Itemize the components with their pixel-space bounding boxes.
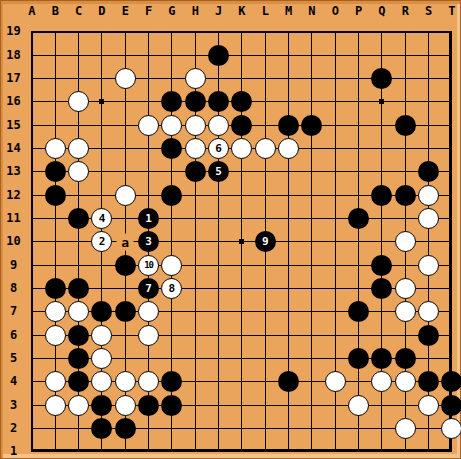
- point-K6[interactable]: [230, 324, 253, 347]
- point-S1[interactable]: [417, 440, 440, 459]
- point-L6[interactable]: [254, 324, 277, 347]
- point-K16[interactable]: [230, 90, 253, 113]
- point-E17[interactable]: [114, 67, 137, 90]
- point-M8[interactable]: [277, 277, 300, 300]
- point-C17[interactable]: [67, 67, 90, 90]
- point-H3[interactable]: [184, 394, 207, 417]
- point-R16[interactable]: [394, 90, 417, 113]
- point-D9[interactable]: [90, 254, 113, 277]
- point-Q13[interactable]: [370, 160, 393, 183]
- point-S19[interactable]: [417, 20, 440, 43]
- point-G8[interactable]: 8: [160, 277, 183, 300]
- point-Q6[interactable]: [370, 324, 393, 347]
- point-F13[interactable]: [137, 160, 160, 183]
- point-E8[interactable]: [114, 277, 137, 300]
- point-S13[interactable]: [417, 160, 440, 183]
- point-T7[interactable]: [440, 300, 461, 323]
- point-B2[interactable]: [44, 417, 67, 440]
- point-C14[interactable]: [67, 137, 90, 160]
- point-H12[interactable]: [184, 184, 207, 207]
- point-J10[interactable]: [207, 230, 230, 253]
- point-R11[interactable]: [394, 207, 417, 230]
- point-J11[interactable]: [207, 207, 230, 230]
- point-S14[interactable]: [417, 137, 440, 160]
- point-E11[interactable]: [114, 207, 137, 230]
- point-O4[interactable]: [324, 370, 347, 393]
- point-T10[interactable]: [440, 230, 461, 253]
- point-T9[interactable]: [440, 254, 461, 277]
- point-M6[interactable]: [277, 324, 300, 347]
- point-K15[interactable]: [230, 114, 253, 137]
- point-A1[interactable]: [20, 440, 43, 459]
- point-P2[interactable]: [347, 417, 370, 440]
- point-B9[interactable]: [44, 254, 67, 277]
- point-D18[interactable]: [90, 44, 113, 67]
- point-A18[interactable]: [20, 44, 43, 67]
- point-P16[interactable]: [347, 90, 370, 113]
- point-G11[interactable]: [160, 207, 183, 230]
- point-E18[interactable]: [114, 44, 137, 67]
- point-N3[interactable]: [300, 394, 323, 417]
- point-L4[interactable]: [254, 370, 277, 393]
- point-F9[interactable]: 10: [137, 254, 160, 277]
- point-Q16[interactable]: [370, 90, 393, 113]
- point-P10[interactable]: [347, 230, 370, 253]
- point-G19[interactable]: [160, 20, 183, 43]
- point-A10[interactable]: [20, 230, 43, 253]
- point-O16[interactable]: [324, 90, 347, 113]
- point-F8[interactable]: 7: [137, 277, 160, 300]
- point-L12[interactable]: [254, 184, 277, 207]
- point-T3[interactable]: [440, 394, 461, 417]
- point-Q12[interactable]: [370, 184, 393, 207]
- point-T6[interactable]: [440, 324, 461, 347]
- point-G13[interactable]: [160, 160, 183, 183]
- point-M3[interactable]: [277, 394, 300, 417]
- point-L9[interactable]: [254, 254, 277, 277]
- point-L7[interactable]: [254, 300, 277, 323]
- point-D2[interactable]: [90, 417, 113, 440]
- point-L19[interactable]: [254, 20, 277, 43]
- point-A15[interactable]: [20, 114, 43, 137]
- point-N19[interactable]: [300, 20, 323, 43]
- point-S12[interactable]: [417, 184, 440, 207]
- point-P13[interactable]: [347, 160, 370, 183]
- point-R3[interactable]: [394, 394, 417, 417]
- point-E7[interactable]: [114, 300, 137, 323]
- point-H7[interactable]: [184, 300, 207, 323]
- point-N18[interactable]: [300, 44, 323, 67]
- point-T16[interactable]: [440, 90, 461, 113]
- point-P19[interactable]: [347, 20, 370, 43]
- point-R1[interactable]: [394, 440, 417, 459]
- point-E2[interactable]: [114, 417, 137, 440]
- point-R14[interactable]: [394, 137, 417, 160]
- point-F4[interactable]: [137, 370, 160, 393]
- point-H17[interactable]: [184, 67, 207, 90]
- point-B13[interactable]: [44, 160, 67, 183]
- point-C10[interactable]: [67, 230, 90, 253]
- point-B17[interactable]: [44, 67, 67, 90]
- point-P15[interactable]: [347, 114, 370, 137]
- point-T13[interactable]: [440, 160, 461, 183]
- point-K1[interactable]: [230, 440, 253, 459]
- point-D3[interactable]: [90, 394, 113, 417]
- point-M17[interactable]: [277, 67, 300, 90]
- point-G6[interactable]: [160, 324, 183, 347]
- point-Q17[interactable]: [370, 67, 393, 90]
- point-D5[interactable]: [90, 347, 113, 370]
- point-Q9[interactable]: [370, 254, 393, 277]
- point-O8[interactable]: [324, 277, 347, 300]
- point-T1[interactable]: [440, 440, 461, 459]
- point-F19[interactable]: [137, 20, 160, 43]
- point-Q11[interactable]: [370, 207, 393, 230]
- point-C19[interactable]: [67, 20, 90, 43]
- point-B15[interactable]: [44, 114, 67, 137]
- point-K19[interactable]: [230, 20, 253, 43]
- point-Q5[interactable]: [370, 347, 393, 370]
- point-E10[interactable]: a: [114, 230, 137, 253]
- point-L10[interactable]: 9: [254, 230, 277, 253]
- point-K9[interactable]: [230, 254, 253, 277]
- point-G14[interactable]: [160, 137, 183, 160]
- point-S18[interactable]: [417, 44, 440, 67]
- point-D7[interactable]: [90, 300, 113, 323]
- point-N2[interactable]: [300, 417, 323, 440]
- point-H9[interactable]: [184, 254, 207, 277]
- point-N4[interactable]: [300, 370, 323, 393]
- point-D11[interactable]: 4: [90, 207, 113, 230]
- point-L18[interactable]: [254, 44, 277, 67]
- point-O13[interactable]: [324, 160, 347, 183]
- point-R17[interactable]: [394, 67, 417, 90]
- point-F14[interactable]: [137, 137, 160, 160]
- point-P9[interactable]: [347, 254, 370, 277]
- point-L2[interactable]: [254, 417, 277, 440]
- point-D19[interactable]: [90, 20, 113, 43]
- point-R5[interactable]: [394, 347, 417, 370]
- point-C7[interactable]: [67, 300, 90, 323]
- point-P12[interactable]: [347, 184, 370, 207]
- point-A9[interactable]: [20, 254, 43, 277]
- point-G2[interactable]: [160, 417, 183, 440]
- point-A6[interactable]: [20, 324, 43, 347]
- point-A5[interactable]: [20, 347, 43, 370]
- point-S16[interactable]: [417, 90, 440, 113]
- point-Q3[interactable]: [370, 394, 393, 417]
- point-M16[interactable]: [277, 90, 300, 113]
- point-H1[interactable]: [184, 440, 207, 459]
- point-C5[interactable]: [67, 347, 90, 370]
- point-B16[interactable]: [44, 90, 67, 113]
- point-O12[interactable]: [324, 184, 347, 207]
- point-O5[interactable]: [324, 347, 347, 370]
- point-A12[interactable]: [20, 184, 43, 207]
- point-P3[interactable]: [347, 394, 370, 417]
- point-K17[interactable]: [230, 67, 253, 90]
- point-M14[interactable]: [277, 137, 300, 160]
- point-T19[interactable]: [440, 20, 461, 43]
- point-M18[interactable]: [277, 44, 300, 67]
- point-D13[interactable]: [90, 160, 113, 183]
- point-O11[interactable]: [324, 207, 347, 230]
- point-P1[interactable]: [347, 440, 370, 459]
- point-J15[interactable]: [207, 114, 230, 137]
- point-M4[interactable]: [277, 370, 300, 393]
- point-K18[interactable]: [230, 44, 253, 67]
- point-F10[interactable]: 3: [137, 230, 160, 253]
- point-H6[interactable]: [184, 324, 207, 347]
- point-N5[interactable]: [300, 347, 323, 370]
- point-C4[interactable]: [67, 370, 90, 393]
- point-J19[interactable]: [207, 20, 230, 43]
- point-F11[interactable]: 1: [137, 207, 160, 230]
- point-S15[interactable]: [417, 114, 440, 137]
- point-T14[interactable]: [440, 137, 461, 160]
- point-J2[interactable]: [207, 417, 230, 440]
- point-K3[interactable]: [230, 394, 253, 417]
- point-C6[interactable]: [67, 324, 90, 347]
- point-G12[interactable]: [160, 184, 183, 207]
- point-A19[interactable]: [20, 20, 43, 43]
- point-E16[interactable]: [114, 90, 137, 113]
- point-K8[interactable]: [230, 277, 253, 300]
- point-B19[interactable]: [44, 20, 67, 43]
- point-P8[interactable]: [347, 277, 370, 300]
- point-B10[interactable]: [44, 230, 67, 253]
- point-O9[interactable]: [324, 254, 347, 277]
- point-H4[interactable]: [184, 370, 207, 393]
- point-F15[interactable]: [137, 114, 160, 137]
- point-N7[interactable]: [300, 300, 323, 323]
- point-B12[interactable]: [44, 184, 67, 207]
- point-S6[interactable]: [417, 324, 440, 347]
- point-J17[interactable]: [207, 67, 230, 90]
- point-H18[interactable]: [184, 44, 207, 67]
- point-L14[interactable]: [254, 137, 277, 160]
- point-K14[interactable]: [230, 137, 253, 160]
- point-P6[interactable]: [347, 324, 370, 347]
- point-S11[interactable]: [417, 207, 440, 230]
- point-H5[interactable]: [184, 347, 207, 370]
- point-H8[interactable]: [184, 277, 207, 300]
- point-O19[interactable]: [324, 20, 347, 43]
- point-A17[interactable]: [20, 67, 43, 90]
- point-D6[interactable]: [90, 324, 113, 347]
- point-G15[interactable]: [160, 114, 183, 137]
- point-L5[interactable]: [254, 347, 277, 370]
- point-A13[interactable]: [20, 160, 43, 183]
- point-F12[interactable]: [137, 184, 160, 207]
- point-R9[interactable]: [394, 254, 417, 277]
- point-G9[interactable]: [160, 254, 183, 277]
- point-E19[interactable]: [114, 20, 137, 43]
- point-F16[interactable]: [137, 90, 160, 113]
- point-F2[interactable]: [137, 417, 160, 440]
- point-G18[interactable]: [160, 44, 183, 67]
- point-R12[interactable]: [394, 184, 417, 207]
- point-O6[interactable]: [324, 324, 347, 347]
- point-F3[interactable]: [137, 394, 160, 417]
- point-A7[interactable]: [20, 300, 43, 323]
- point-F18[interactable]: [137, 44, 160, 67]
- point-D4[interactable]: [90, 370, 113, 393]
- point-C3[interactable]: [67, 394, 90, 417]
- point-T8[interactable]: [440, 277, 461, 300]
- point-E15[interactable]: [114, 114, 137, 137]
- point-J1[interactable]: [207, 440, 230, 459]
- point-G1[interactable]: [160, 440, 183, 459]
- point-T17[interactable]: [440, 67, 461, 90]
- point-A14[interactable]: [20, 137, 43, 160]
- point-L16[interactable]: [254, 90, 277, 113]
- point-M7[interactable]: [277, 300, 300, 323]
- point-O3[interactable]: [324, 394, 347, 417]
- point-J5[interactable]: [207, 347, 230, 370]
- point-H15[interactable]: [184, 114, 207, 137]
- point-E5[interactable]: [114, 347, 137, 370]
- point-H16[interactable]: [184, 90, 207, 113]
- point-Q1[interactable]: [370, 440, 393, 459]
- point-O2[interactable]: [324, 417, 347, 440]
- point-B18[interactable]: [44, 44, 67, 67]
- point-K12[interactable]: [230, 184, 253, 207]
- point-M13[interactable]: [277, 160, 300, 183]
- point-G4[interactable]: [160, 370, 183, 393]
- point-N1[interactable]: [300, 440, 323, 459]
- point-C16[interactable]: [67, 90, 90, 113]
- point-E14[interactable]: [114, 137, 137, 160]
- point-L3[interactable]: [254, 394, 277, 417]
- point-K4[interactable]: [230, 370, 253, 393]
- point-C15[interactable]: [67, 114, 90, 137]
- point-D8[interactable]: [90, 277, 113, 300]
- point-T18[interactable]: [440, 44, 461, 67]
- point-A8[interactable]: [20, 277, 43, 300]
- point-G5[interactable]: [160, 347, 183, 370]
- point-L11[interactable]: [254, 207, 277, 230]
- point-N8[interactable]: [300, 277, 323, 300]
- point-Q15[interactable]: [370, 114, 393, 137]
- point-M2[interactable]: [277, 417, 300, 440]
- point-B4[interactable]: [44, 370, 67, 393]
- point-N6[interactable]: [300, 324, 323, 347]
- point-D15[interactable]: [90, 114, 113, 137]
- point-Q2[interactable]: [370, 417, 393, 440]
- point-N16[interactable]: [300, 90, 323, 113]
- point-N17[interactable]: [300, 67, 323, 90]
- point-D12[interactable]: [90, 184, 113, 207]
- point-O14[interactable]: [324, 137, 347, 160]
- point-O15[interactable]: [324, 114, 347, 137]
- point-E9[interactable]: [114, 254, 137, 277]
- point-T12[interactable]: [440, 184, 461, 207]
- point-L8[interactable]: [254, 277, 277, 300]
- point-J4[interactable]: [207, 370, 230, 393]
- point-R15[interactable]: [394, 114, 417, 137]
- point-T4[interactable]: [440, 370, 461, 393]
- point-J14[interactable]: 6: [207, 137, 230, 160]
- point-R4[interactable]: [394, 370, 417, 393]
- point-S17[interactable]: [417, 67, 440, 90]
- point-K11[interactable]: [230, 207, 253, 230]
- point-M5[interactable]: [277, 347, 300, 370]
- point-H10[interactable]: [184, 230, 207, 253]
- point-H13[interactable]: [184, 160, 207, 183]
- point-M1[interactable]: [277, 440, 300, 459]
- point-P14[interactable]: [347, 137, 370, 160]
- point-L13[interactable]: [254, 160, 277, 183]
- point-S2[interactable]: [417, 417, 440, 440]
- point-J12[interactable]: [207, 184, 230, 207]
- point-Q10[interactable]: [370, 230, 393, 253]
- point-O17[interactable]: [324, 67, 347, 90]
- point-B11[interactable]: [44, 207, 67, 230]
- point-G7[interactable]: [160, 300, 183, 323]
- point-N14[interactable]: [300, 137, 323, 160]
- point-P11[interactable]: [347, 207, 370, 230]
- point-Q19[interactable]: [370, 20, 393, 43]
- point-H19[interactable]: [184, 20, 207, 43]
- point-C18[interactable]: [67, 44, 90, 67]
- point-P5[interactable]: [347, 347, 370, 370]
- point-M11[interactable]: [277, 207, 300, 230]
- point-H2[interactable]: [184, 417, 207, 440]
- point-O18[interactable]: [324, 44, 347, 67]
- point-K13[interactable]: [230, 160, 253, 183]
- point-R10[interactable]: [394, 230, 417, 253]
- point-O1[interactable]: [324, 440, 347, 459]
- point-E13[interactable]: [114, 160, 137, 183]
- point-O10[interactable]: [324, 230, 347, 253]
- point-A4[interactable]: [20, 370, 43, 393]
- point-L17[interactable]: [254, 67, 277, 90]
- point-F17[interactable]: [137, 67, 160, 90]
- point-C13[interactable]: [67, 160, 90, 183]
- point-J8[interactable]: [207, 277, 230, 300]
- point-R6[interactable]: [394, 324, 417, 347]
- point-D17[interactable]: [90, 67, 113, 90]
- point-P4[interactable]: [347, 370, 370, 393]
- point-G16[interactable]: [160, 90, 183, 113]
- point-J16[interactable]: [207, 90, 230, 113]
- point-H14[interactable]: [184, 137, 207, 160]
- point-E4[interactable]: [114, 370, 137, 393]
- point-K2[interactable]: [230, 417, 253, 440]
- point-L1[interactable]: [254, 440, 277, 459]
- point-A11[interactable]: [20, 207, 43, 230]
- point-G3[interactable]: [160, 394, 183, 417]
- point-J6[interactable]: [207, 324, 230, 347]
- point-Q18[interactable]: [370, 44, 393, 67]
- point-E12[interactable]: [114, 184, 137, 207]
- point-S9[interactable]: [417, 254, 440, 277]
- point-F7[interactable]: [137, 300, 160, 323]
- point-T15[interactable]: [440, 114, 461, 137]
- point-N15[interactable]: [300, 114, 323, 137]
- point-N11[interactable]: [300, 207, 323, 230]
- point-N13[interactable]: [300, 160, 323, 183]
- point-F6[interactable]: [137, 324, 160, 347]
- point-R18[interactable]: [394, 44, 417, 67]
- point-S10[interactable]: [417, 230, 440, 253]
- point-K10[interactable]: [230, 230, 253, 253]
- point-T2[interactable]: [440, 417, 461, 440]
- point-G17[interactable]: [160, 67, 183, 90]
- point-S4[interactable]: [417, 370, 440, 393]
- point-C11[interactable]: [67, 207, 90, 230]
